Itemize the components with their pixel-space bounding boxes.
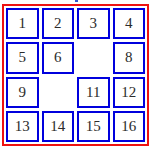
tile-4[interactable]: 4 (113, 8, 146, 39)
tile-5[interactable]: 5 (6, 42, 39, 73)
stray-mark (75, 0, 78, 2)
empty-cell (77, 42, 110, 73)
empty-cell (42, 77, 75, 108)
tile-1[interactable]: 1 (6, 8, 39, 39)
tile-12[interactable]: 12 (113, 77, 146, 108)
tile-9[interactable]: 9 (6, 77, 39, 108)
tile-6[interactable]: 6 (42, 42, 75, 73)
puzzle-board: 12345689111213141516 (2, 4, 149, 146)
tile-13[interactable]: 13 (6, 111, 39, 142)
tile-3[interactable]: 3 (77, 8, 110, 39)
tile-15[interactable]: 15 (77, 111, 110, 142)
tile-11[interactable]: 11 (77, 77, 110, 108)
tile-2[interactable]: 2 (42, 8, 75, 39)
tile-8[interactable]: 8 (113, 42, 146, 73)
tile-14[interactable]: 14 (42, 111, 75, 142)
tile-16[interactable]: 16 (113, 111, 146, 142)
